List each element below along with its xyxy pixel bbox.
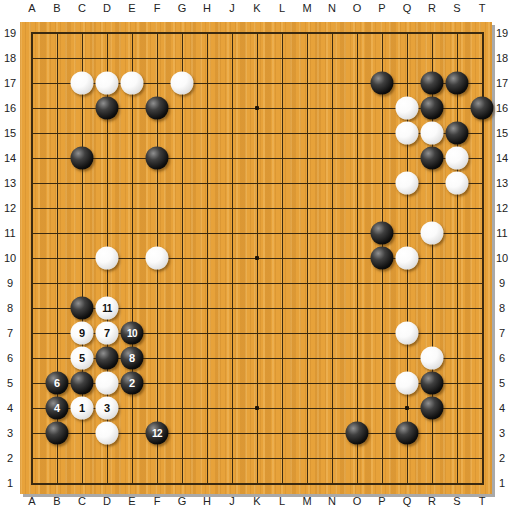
white-stone[interactable] xyxy=(96,422,119,445)
column-label-bottom: Q xyxy=(395,494,419,508)
move-number-label: 1 xyxy=(79,403,85,414)
black-stone[interactable] xyxy=(421,97,444,120)
column-label-bottom: F xyxy=(145,494,169,508)
row-label-left: 11 xyxy=(1,226,19,240)
column-label-bottom: C xyxy=(70,494,94,508)
white-stone[interactable]: 1 xyxy=(71,397,94,420)
white-stone[interactable] xyxy=(421,222,444,245)
column-label-top: A xyxy=(20,1,44,15)
go-diagram: 108624121197513 AABBCCDDEEFFGGHHJJKKLLMM… xyxy=(0,0,511,514)
black-stone[interactable] xyxy=(446,122,469,145)
column-label-top: R xyxy=(420,1,444,15)
white-stone[interactable] xyxy=(96,372,119,395)
white-stone[interactable]: 7 xyxy=(96,322,119,345)
row-label-left: 9 xyxy=(1,276,19,290)
column-label-top: J xyxy=(220,1,244,15)
star-point xyxy=(405,406,409,410)
row-label-left: 18 xyxy=(1,51,19,65)
black-stone[interactable] xyxy=(371,222,394,245)
row-label-left: 12 xyxy=(1,201,19,215)
white-stone[interactable] xyxy=(171,72,194,95)
row-label-right: 2 xyxy=(493,451,511,465)
row-label-left: 6 xyxy=(1,351,19,365)
row-label-right: 19 xyxy=(493,26,511,40)
white-stone[interactable] xyxy=(396,372,419,395)
row-label-right: 9 xyxy=(493,276,511,290)
row-label-left: 15 xyxy=(1,126,19,140)
row-label-right: 3 xyxy=(493,426,511,440)
white-stone[interactable]: 5 xyxy=(71,347,94,370)
column-label-bottom: L xyxy=(270,494,294,508)
column-label-top: O xyxy=(345,1,369,15)
black-stone[interactable]: 12 xyxy=(146,422,169,445)
black-stone[interactable] xyxy=(421,147,444,170)
white-stone[interactable]: 3 xyxy=(96,397,119,420)
black-stone[interactable]: 10 xyxy=(121,322,144,345)
black-stone[interactable] xyxy=(96,97,119,120)
column-label-bottom: B xyxy=(45,494,69,508)
white-stone[interactable] xyxy=(71,72,94,95)
black-stone[interactable] xyxy=(71,372,94,395)
row-label-left: 7 xyxy=(1,326,19,340)
black-stone[interactable] xyxy=(146,97,169,120)
white-stone[interactable] xyxy=(446,147,469,170)
row-label-left: 14 xyxy=(1,151,19,165)
black-stone[interactable] xyxy=(96,347,119,370)
white-stone[interactable] xyxy=(121,72,144,95)
white-stone[interactable] xyxy=(396,172,419,195)
column-label-top: C xyxy=(70,1,94,15)
column-label-bottom: K xyxy=(245,494,269,508)
goban[interactable]: 108624121197513 xyxy=(20,22,492,494)
move-number-label: 10 xyxy=(127,328,137,338)
row-label-right: 6 xyxy=(493,351,511,365)
column-label-top: M xyxy=(295,1,319,15)
column-label-top: Q xyxy=(395,1,419,15)
row-label-right: 8 xyxy=(493,301,511,315)
column-label-top: G xyxy=(170,1,194,15)
column-label-bottom: E xyxy=(120,494,144,508)
column-label-bottom: M xyxy=(295,494,319,508)
column-label-bottom: N xyxy=(320,494,344,508)
black-stone[interactable] xyxy=(346,422,369,445)
black-stone[interactable] xyxy=(71,297,94,320)
black-stone[interactable] xyxy=(46,422,69,445)
white-stone[interactable] xyxy=(396,122,419,145)
column-label-bottom: R xyxy=(420,494,444,508)
row-label-left: 4 xyxy=(1,401,19,415)
column-label-top: T xyxy=(470,1,494,15)
move-number-label: 9 xyxy=(79,328,85,339)
row-label-left: 5 xyxy=(1,376,19,390)
move-number-label: 2 xyxy=(129,378,135,389)
row-label-right: 1 xyxy=(493,476,511,490)
white-stone[interactable] xyxy=(146,247,169,270)
black-stone[interactable] xyxy=(371,72,394,95)
white-stone[interactable] xyxy=(96,72,119,95)
move-number-label: 5 xyxy=(79,353,85,364)
column-label-top: E xyxy=(120,1,144,15)
star-point xyxy=(255,256,259,260)
black-stone[interactable] xyxy=(421,397,444,420)
black-stone[interactable] xyxy=(421,372,444,395)
black-stone[interactable] xyxy=(421,72,444,95)
row-label-right: 13 xyxy=(493,176,511,190)
black-stone[interactable]: 8 xyxy=(121,347,144,370)
white-stone[interactable] xyxy=(421,347,444,370)
row-label-left: 8 xyxy=(1,301,19,315)
column-label-top: B xyxy=(45,1,69,15)
row-label-right: 17 xyxy=(493,76,511,90)
column-label-bottom: J xyxy=(220,494,244,508)
column-label-top: N xyxy=(320,1,344,15)
white-stone[interactable]: 9 xyxy=(71,322,94,345)
row-label-left: 10 xyxy=(1,251,19,265)
white-stone[interactable] xyxy=(446,172,469,195)
column-label-top: L xyxy=(270,1,294,15)
column-label-top: D xyxy=(95,1,119,15)
row-label-left: 1 xyxy=(1,476,19,490)
white-stone[interactable] xyxy=(396,322,419,345)
column-label-top: F xyxy=(145,1,169,15)
row-label-left: 3 xyxy=(1,426,19,440)
move-number-label: 3 xyxy=(104,403,110,414)
column-label-bottom: A xyxy=(20,494,44,508)
black-stone[interactable]: 6 xyxy=(46,372,69,395)
black-stone[interactable]: 4 xyxy=(46,397,69,420)
white-stone[interactable] xyxy=(396,247,419,270)
column-label-top: H xyxy=(195,1,219,15)
black-stone[interactable] xyxy=(471,97,494,120)
column-label-top: K xyxy=(245,1,269,15)
black-stone[interactable] xyxy=(146,147,169,170)
row-label-left: 17 xyxy=(1,76,19,90)
star-point xyxy=(255,406,259,410)
move-number-label: 4 xyxy=(54,403,60,414)
white-stone[interactable] xyxy=(421,122,444,145)
row-label-right: 11 xyxy=(493,226,511,240)
column-label-bottom: D xyxy=(95,494,119,508)
star-point xyxy=(255,106,259,110)
row-label-right: 10 xyxy=(493,251,511,265)
column-label-bottom: G xyxy=(170,494,194,508)
move-number-label: 11 xyxy=(102,303,112,313)
black-stone[interactable] xyxy=(396,422,419,445)
black-stone[interactable] xyxy=(71,147,94,170)
column-label-bottom: H xyxy=(195,494,219,508)
black-stone[interactable]: 2 xyxy=(121,372,144,395)
white-stone[interactable]: 11 xyxy=(96,297,119,320)
row-label-right: 5 xyxy=(493,376,511,390)
column-label-bottom: T xyxy=(470,494,494,508)
row-label-right: 16 xyxy=(493,101,511,115)
row-label-right: 12 xyxy=(493,201,511,215)
row-label-right: 15 xyxy=(493,126,511,140)
row-label-left: 13 xyxy=(1,176,19,190)
column-label-top: S xyxy=(445,1,469,15)
row-label-right: 18 xyxy=(493,51,511,65)
row-label-left: 19 xyxy=(1,26,19,40)
points-layer: 108624121197513 xyxy=(32,33,483,484)
move-number-label: 7 xyxy=(104,328,110,339)
row-label-right: 4 xyxy=(493,401,511,415)
row-label-left: 2 xyxy=(1,451,19,465)
column-label-bottom: S xyxy=(445,494,469,508)
white-stone[interactable] xyxy=(396,97,419,120)
move-number-label: 12 xyxy=(152,428,162,438)
move-number-label: 6 xyxy=(54,378,60,389)
row-label-right: 14 xyxy=(493,151,511,165)
white-stone[interactable] xyxy=(96,247,119,270)
column-label-top: P xyxy=(370,1,394,15)
row-label-right: 7 xyxy=(493,326,511,340)
row-label-left: 16 xyxy=(1,101,19,115)
black-stone[interactable] xyxy=(446,72,469,95)
black-stone[interactable] xyxy=(371,247,394,270)
column-label-bottom: P xyxy=(370,494,394,508)
move-number-label: 8 xyxy=(129,353,135,364)
column-label-bottom: O xyxy=(345,494,369,508)
